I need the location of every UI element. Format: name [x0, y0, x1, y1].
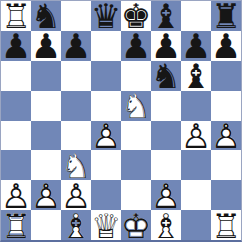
black-pawn-icon-fill: ♟ — [1, 31, 31, 61]
black-pawn-icon[interactable]: ♟ — [31, 31, 61, 61]
square-d8[interactable]: ♛ — [91, 1, 121, 31]
white-rook-icon[interactable]: ♜♖ — [1, 210, 31, 240]
black-queen-icon-fill: ♛ — [91, 1, 121, 31]
square-d3[interactable] — [91, 150, 121, 180]
square-e1[interactable]: ♚♔ — [121, 210, 151, 240]
square-h6[interactable] — [211, 61, 241, 91]
white-pawn-icon-outline: ♙ — [181, 121, 211, 151]
square-b6[interactable] — [31, 61, 61, 91]
black-pawn-icon-fill: ♟ — [121, 31, 151, 61]
square-e7[interactable]: ♟ — [121, 31, 151, 61]
square-g1[interactable] — [181, 210, 211, 240]
chess-board: ♜♖♞♛♚♝♜♟♟♟♟♟♟♟♞♝♞♘♟♙♟♙♟♙♞♘♟♙♟♙♟♙♟♙♜♖♝♗♛♕… — [0, 0, 242, 242]
square-e3[interactable] — [121, 150, 151, 180]
square-h7[interactable]: ♟ — [211, 31, 241, 61]
square-f6[interactable]: ♞ — [151, 61, 181, 91]
square-b7[interactable]: ♟ — [31, 31, 61, 61]
white-queen-icon-outline: ♕ — [91, 210, 121, 240]
square-g2[interactable] — [181, 180, 211, 210]
square-d6[interactable] — [91, 61, 121, 91]
square-b2[interactable]: ♟♙ — [31, 180, 61, 210]
black-pawn-icon-fill: ♟ — [31, 31, 61, 61]
square-a7[interactable]: ♟ — [1, 31, 31, 61]
white-knight-icon-outline: ♘ — [121, 91, 151, 121]
square-b4[interactable] — [31, 121, 61, 151]
white-rook-icon-outline: ♖ — [211, 210, 241, 240]
black-pawn-icon[interactable]: ♟ — [1, 31, 31, 61]
square-c1[interactable]: ♝♗ — [61, 210, 91, 240]
black-pawn-icon[interactable]: ♟ — [61, 31, 91, 61]
black-queen-icon[interactable]: ♛ — [91, 1, 121, 31]
square-c5[interactable] — [61, 91, 91, 121]
square-c7[interactable]: ♟ — [61, 31, 91, 61]
white-knight-icon[interactable]: ♞♘ — [121, 91, 151, 121]
white-pawn-icon-outline: ♙ — [211, 121, 241, 151]
black-bishop-icon[interactable]: ♝ — [181, 61, 211, 91]
black-knight-icon[interactable]: ♞ — [151, 61, 181, 91]
white-bishop-icon[interactable]: ♝♗ — [151, 210, 181, 240]
square-f5[interactable] — [151, 91, 181, 121]
white-rook-icon-outline: ♖ — [1, 210, 31, 240]
white-pawn-icon[interactable]: ♟♙ — [211, 121, 241, 151]
square-f4[interactable] — [151, 121, 181, 151]
black-pawn-icon[interactable]: ♟ — [121, 31, 151, 61]
square-e5[interactable]: ♞♘ — [121, 91, 151, 121]
black-bishop-icon-fill: ♝ — [181, 61, 211, 91]
square-d7[interactable] — [91, 31, 121, 61]
square-b1[interactable] — [31, 210, 61, 240]
square-f1[interactable]: ♝♗ — [151, 210, 181, 240]
black-knight-icon-fill: ♞ — [151, 61, 181, 91]
white-bishop-icon-outline: ♗ — [61, 210, 91, 240]
square-a5[interactable] — [1, 91, 31, 121]
square-b5[interactable] — [31, 91, 61, 121]
white-king-icon[interactable]: ♚♔ — [121, 210, 151, 240]
square-h1[interactable]: ♜♖ — [211, 210, 241, 240]
square-d1[interactable]: ♛♕ — [91, 210, 121, 240]
square-g3[interactable] — [181, 150, 211, 180]
square-c6[interactable] — [61, 61, 91, 91]
black-pawn-icon-fill: ♟ — [61, 31, 91, 61]
white-bishop-icon-outline: ♗ — [151, 210, 181, 240]
square-a6[interactable] — [1, 61, 31, 91]
white-pawn-icon[interactable]: ♟♙ — [31, 180, 61, 210]
black-pawn-icon[interactable]: ♟ — [211, 31, 241, 61]
white-pawn-icon[interactable]: ♟♙ — [181, 121, 211, 151]
white-king-icon-outline: ♔ — [121, 210, 151, 240]
square-h3[interactable] — [211, 150, 241, 180]
black-pawn-icon-fill: ♟ — [211, 31, 241, 61]
square-e4[interactable] — [121, 121, 151, 151]
square-h4[interactable]: ♟♙ — [211, 121, 241, 151]
square-a4[interactable] — [1, 121, 31, 151]
white-pawn-icon-outline: ♙ — [31, 180, 61, 210]
white-pawn-icon[interactable]: ♟♙ — [91, 121, 121, 151]
square-a1[interactable]: ♜♖ — [1, 210, 31, 240]
square-g6[interactable]: ♝ — [181, 61, 211, 91]
white-pawn-icon-outline: ♙ — [91, 121, 121, 151]
square-d4[interactable]: ♟♙ — [91, 121, 121, 151]
white-rook-icon[interactable]: ♜♖ — [211, 210, 241, 240]
square-g4[interactable]: ♟♙ — [181, 121, 211, 151]
white-queen-icon[interactable]: ♛♕ — [91, 210, 121, 240]
white-bishop-icon[interactable]: ♝♗ — [61, 210, 91, 240]
